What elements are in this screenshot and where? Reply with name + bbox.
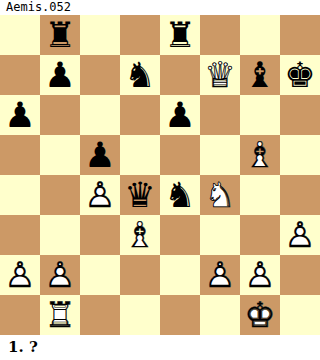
square-f4[interactable]: ♞♘ [200,175,240,215]
square-d2[interactable] [120,255,160,295]
black-pawn-glyph: ♟ [0,95,40,135]
square-d6[interactable] [120,95,160,135]
piece-black-pawn[interactable]: ♟ [0,95,40,135]
piece-white-queen[interactable]: ♛♕ [200,55,240,95]
square-a8[interactable] [0,15,40,55]
square-d7[interactable]: ♞ [120,55,160,95]
black-rook-glyph: ♜ [40,15,80,55]
square-h2[interactable] [280,255,320,295]
square-g2[interactable]: ♟♙ [240,255,280,295]
square-h7[interactable]: ♚ [280,55,320,95]
square-e8[interactable]: ♜ [160,15,200,55]
piece-white-pawn[interactable]: ♟♙ [0,255,40,295]
square-f2[interactable]: ♟♙ [200,255,240,295]
square-b6[interactable] [40,95,80,135]
square-a7[interactable] [0,55,40,95]
square-h1[interactable] [280,295,320,335]
piece-white-rook[interactable]: ♜♖ [40,295,80,335]
square-c5[interactable]: ♟ [80,135,120,175]
square-a6[interactable]: ♟ [0,95,40,135]
square-g1[interactable]: ♚♔ [240,295,280,335]
piece-white-king[interactable]: ♚♔ [240,295,280,335]
move-prompt: 1. ? [0,335,320,360]
square-d1[interactable] [120,295,160,335]
piece-black-rook[interactable]: ♜ [160,15,200,55]
square-c8[interactable] [80,15,120,55]
piece-white-pawn[interactable]: ♟♙ [240,255,280,295]
black-pawn-glyph: ♟ [40,55,80,95]
square-e1[interactable] [160,295,200,335]
square-g6[interactable] [240,95,280,135]
white-queen-outline-glyph: ♕ [200,55,240,95]
white-king-outline-glyph: ♔ [240,295,280,335]
square-a1[interactable] [0,295,40,335]
black-pawn-glyph: ♟ [160,95,200,135]
square-h4[interactable] [280,175,320,215]
black-queen-glyph: ♛ [120,175,160,215]
square-b1[interactable]: ♜♖ [40,295,80,335]
square-e5[interactable] [160,135,200,175]
piece-white-bishop[interactable]: ♝♗ [240,135,280,175]
white-bishop-outline-glyph: ♗ [240,135,280,175]
square-a4[interactable] [0,175,40,215]
square-g3[interactable] [240,215,280,255]
piece-black-king[interactable]: ♚ [280,55,320,95]
square-c1[interactable] [80,295,120,335]
white-rook-outline-glyph: ♖ [40,295,80,335]
square-f8[interactable] [200,15,240,55]
square-b3[interactable] [40,215,80,255]
piece-white-bishop[interactable]: ♝♗ [120,215,160,255]
square-f1[interactable] [200,295,240,335]
square-e7[interactable] [160,55,200,95]
chess-puzzle-app: Aemis.052 ♜♜♟♞♛♕♝♚♟♟♟♝♗♟♙♛♞♞♘♝♗♟♙♟♙♟♙♟♙♟… [0,0,320,360]
square-c7[interactable] [80,55,120,95]
piece-white-pawn[interactable]: ♟♙ [40,255,80,295]
square-b2[interactable]: ♟♙ [40,255,80,295]
square-g4[interactable] [240,175,280,215]
square-b8[interactable]: ♜ [40,15,80,55]
piece-white-pawn[interactable]: ♟♙ [280,215,320,255]
square-h3[interactable]: ♟♙ [280,215,320,255]
piece-black-rook[interactable]: ♜ [40,15,80,55]
square-d8[interactable] [120,15,160,55]
square-a2[interactable]: ♟♙ [0,255,40,295]
piece-white-knight[interactable]: ♞♘ [200,175,240,215]
white-bishop-outline-glyph: ♗ [120,215,160,255]
piece-black-pawn[interactable]: ♟ [40,55,80,95]
black-knight-glyph: ♞ [120,55,160,95]
square-g8[interactable] [240,15,280,55]
white-pawn-outline-glyph: ♙ [280,215,320,255]
square-f7[interactable]: ♛♕ [200,55,240,95]
square-c3[interactable] [80,215,120,255]
white-pawn-outline-glyph: ♙ [40,255,80,295]
white-pawn-outline-glyph: ♙ [0,255,40,295]
square-c6[interactable] [80,95,120,135]
square-c2[interactable] [80,255,120,295]
square-d5[interactable] [120,135,160,175]
white-knight-outline-glyph: ♘ [200,175,240,215]
white-pawn-outline-glyph: ♙ [200,255,240,295]
square-h5[interactable] [280,135,320,175]
white-pawn-outline-glyph: ♙ [80,175,120,215]
piece-black-pawn[interactable]: ♟ [80,135,120,175]
square-b7[interactable]: ♟ [40,55,80,95]
square-e3[interactable] [160,215,200,255]
piece-white-pawn[interactable]: ♟♙ [80,175,120,215]
square-f5[interactable] [200,135,240,175]
piece-black-pawn[interactable]: ♟ [160,95,200,135]
piece-black-bishop[interactable]: ♝ [240,55,280,95]
square-b5[interactable] [40,135,80,175]
square-e6[interactable]: ♟ [160,95,200,135]
square-d3[interactable]: ♝♗ [120,215,160,255]
square-h6[interactable] [280,95,320,135]
black-pawn-glyph: ♟ [80,135,120,175]
piece-black-queen[interactable]: ♛ [120,175,160,215]
square-f3[interactable] [200,215,240,255]
square-c4[interactable]: ♟♙ [80,175,120,215]
square-h8[interactable] [280,15,320,55]
black-king-glyph: ♚ [280,55,320,95]
black-bishop-glyph: ♝ [240,55,280,95]
white-pawn-outline-glyph: ♙ [240,255,280,295]
square-a5[interactable] [0,135,40,175]
square-b4[interactable] [40,175,80,215]
chess-board: ♜♜♟♞♛♕♝♚♟♟♟♝♗♟♙♛♞♞♘♝♗♟♙♟♙♟♙♟♙♟♙♜♖♚♔ [0,15,320,335]
black-rook-glyph: ♜ [160,15,200,55]
square-a3[interactable] [0,215,40,255]
square-d4[interactable]: ♛ [120,175,160,215]
square-g5[interactable]: ♝♗ [240,135,280,175]
piece-black-knight[interactable]: ♞ [120,55,160,95]
piece-black-knight[interactable]: ♞ [160,175,200,215]
puzzle-title: Aemis.052 [0,0,320,15]
black-knight-glyph: ♞ [160,175,200,215]
square-g7[interactable]: ♝ [240,55,280,95]
square-f6[interactable] [200,95,240,135]
square-e2[interactable] [160,255,200,295]
square-e4[interactable]: ♞ [160,175,200,215]
piece-white-pawn[interactable]: ♟♙ [200,255,240,295]
